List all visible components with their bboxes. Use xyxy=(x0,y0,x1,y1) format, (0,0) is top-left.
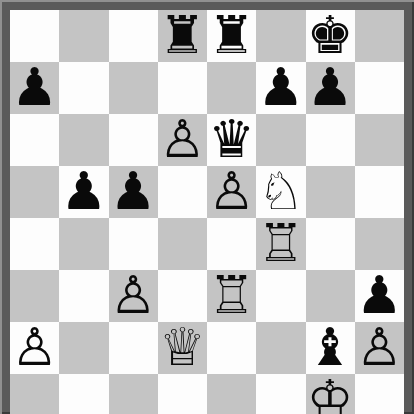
square-c4[interactable] xyxy=(109,218,158,270)
square-g7[interactable]: ♟ xyxy=(306,62,355,114)
square-f6[interactable] xyxy=(256,114,305,166)
square-g8[interactable]: ♚ xyxy=(306,10,355,62)
square-b8[interactable] xyxy=(59,10,108,62)
chess-board: ♜♜♚♟♟♟♙♛♟♟♙♘♖♙♖♟♙♕♝♙♔ xyxy=(10,10,404,404)
square-h3[interactable]: ♟ xyxy=(355,270,404,322)
square-e4[interactable] xyxy=(207,218,256,270)
square-d6[interactable]: ♙ xyxy=(158,114,207,166)
square-h5[interactable] xyxy=(355,166,404,218)
white-king-piece: ♔ xyxy=(307,373,354,414)
square-b1[interactable] xyxy=(59,374,108,414)
square-e5[interactable]: ♙ xyxy=(207,166,256,218)
square-e7[interactable] xyxy=(207,62,256,114)
square-d1[interactable] xyxy=(158,374,207,414)
square-f5[interactable]: ♘ xyxy=(256,166,305,218)
square-d3[interactable] xyxy=(158,270,207,322)
square-f4[interactable]: ♖ xyxy=(256,218,305,270)
square-c1[interactable] xyxy=(109,374,158,414)
square-c3[interactable]: ♙ xyxy=(109,270,158,322)
square-a2[interactable]: ♙ xyxy=(10,322,59,374)
square-g2[interactable]: ♝ xyxy=(306,322,355,374)
black-pawn-piece: ♟ xyxy=(356,269,403,321)
square-h1[interactable] xyxy=(355,374,404,414)
square-h6[interactable] xyxy=(355,114,404,166)
square-f1[interactable] xyxy=(256,374,305,414)
black-king-piece: ♚ xyxy=(307,9,354,61)
chess-board-frame: ♜♜♚♟♟♟♙♛♟♟♙♘♖♙♖♟♙♕♝♙♔ xyxy=(0,0,414,414)
square-a8[interactable] xyxy=(10,10,59,62)
square-g4[interactable] xyxy=(306,218,355,270)
white-pawn-piece: ♙ xyxy=(208,165,255,217)
square-e8[interactable]: ♜ xyxy=(207,10,256,62)
white-pawn-piece: ♙ xyxy=(159,113,206,165)
square-f3[interactable] xyxy=(256,270,305,322)
black-pawn-piece: ♟ xyxy=(11,61,58,113)
square-h4[interactable] xyxy=(355,218,404,270)
white-knight-piece: ♘ xyxy=(258,165,305,217)
black-rook-piece: ♜ xyxy=(159,9,206,61)
black-bishop-piece: ♝ xyxy=(307,321,354,373)
square-b3[interactable] xyxy=(59,270,108,322)
square-g6[interactable] xyxy=(306,114,355,166)
black-pawn-piece: ♟ xyxy=(110,165,157,217)
square-d2[interactable]: ♕ xyxy=(158,322,207,374)
white-rook-piece: ♖ xyxy=(208,269,255,321)
square-a4[interactable] xyxy=(10,218,59,270)
black-pawn-piece: ♟ xyxy=(258,61,305,113)
black-pawn-piece: ♟ xyxy=(307,61,354,113)
black-rook-piece: ♜ xyxy=(208,9,255,61)
white-pawn-piece: ♙ xyxy=(110,269,157,321)
square-a3[interactable] xyxy=(10,270,59,322)
square-g1[interactable]: ♔ xyxy=(306,374,355,414)
black-queen-piece: ♛ xyxy=(208,113,255,165)
square-a5[interactable] xyxy=(10,166,59,218)
white-pawn-piece: ♙ xyxy=(11,321,58,373)
square-c7[interactable] xyxy=(109,62,158,114)
square-f8[interactable] xyxy=(256,10,305,62)
square-d5[interactable] xyxy=(158,166,207,218)
square-a6[interactable] xyxy=(10,114,59,166)
square-c2[interactable] xyxy=(109,322,158,374)
square-b5[interactable]: ♟ xyxy=(59,166,108,218)
square-c6[interactable] xyxy=(109,114,158,166)
square-a1[interactable] xyxy=(10,374,59,414)
square-h8[interactable] xyxy=(355,10,404,62)
square-c5[interactable]: ♟ xyxy=(109,166,158,218)
square-c8[interactable] xyxy=(109,10,158,62)
square-b6[interactable] xyxy=(59,114,108,166)
black-pawn-piece: ♟ xyxy=(61,165,108,217)
square-d7[interactable] xyxy=(158,62,207,114)
square-b2[interactable] xyxy=(59,322,108,374)
white-rook-piece: ♖ xyxy=(258,217,305,269)
square-h7[interactable] xyxy=(355,62,404,114)
square-h2[interactable]: ♙ xyxy=(355,322,404,374)
white-pawn-piece: ♙ xyxy=(356,321,403,373)
square-f2[interactable] xyxy=(256,322,305,374)
square-d8[interactable]: ♜ xyxy=(158,10,207,62)
square-a7[interactable]: ♟ xyxy=(10,62,59,114)
square-b7[interactable] xyxy=(59,62,108,114)
square-e3[interactable]: ♖ xyxy=(207,270,256,322)
white-queen-piece: ♕ xyxy=(159,321,206,373)
square-b4[interactable] xyxy=(59,218,108,270)
square-f7[interactable]: ♟ xyxy=(256,62,305,114)
square-e2[interactable] xyxy=(207,322,256,374)
square-g3[interactable] xyxy=(306,270,355,322)
square-g5[interactable] xyxy=(306,166,355,218)
square-e1[interactable] xyxy=(207,374,256,414)
square-d4[interactable] xyxy=(158,218,207,270)
square-e6[interactable]: ♛ xyxy=(207,114,256,166)
